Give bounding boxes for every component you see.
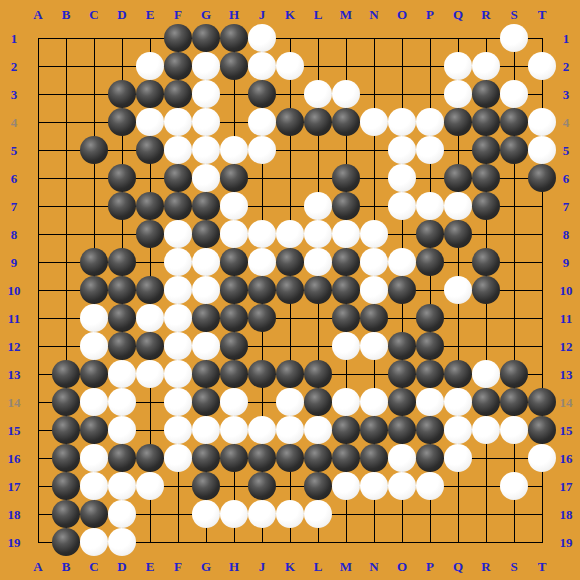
stone-white-c16 (80, 444, 108, 472)
stone-black-j16 (248, 444, 276, 472)
stone-white-l15 (304, 416, 332, 444)
row-label-right: 7 (563, 200, 570, 213)
col-label-top: E (146, 8, 155, 21)
stone-black-b16 (52, 444, 80, 472)
row-label-left: 14 (8, 396, 21, 409)
stone-white-d13 (108, 360, 136, 388)
col-label-bottom: R (481, 560, 490, 573)
stone-white-n12 (360, 332, 388, 360)
stone-black-c13 (80, 360, 108, 388)
stone-white-c17 (80, 472, 108, 500)
stone-black-e12 (136, 332, 164, 360)
stone-white-n4 (360, 108, 388, 136)
col-label-top: C (89, 8, 98, 21)
stone-white-r2 (472, 52, 500, 80)
stone-white-j4 (248, 108, 276, 136)
stone-black-n11 (360, 304, 388, 332)
stone-black-m16 (332, 444, 360, 472)
stone-black-m11 (332, 304, 360, 332)
row-label-right: 9 (563, 256, 570, 269)
stone-black-g17 (192, 472, 220, 500)
stone-black-r5 (472, 136, 500, 164)
col-label-bottom: B (62, 560, 71, 573)
stone-white-c12 (80, 332, 108, 360)
row-label-left: 1 (11, 32, 18, 45)
row-label-left: 16 (8, 452, 21, 465)
col-label-bottom: Q (453, 560, 463, 573)
row-label-right: 8 (563, 228, 570, 241)
stone-white-h18 (220, 500, 248, 528)
stone-white-g3 (192, 80, 220, 108)
stone-black-l10 (304, 276, 332, 304)
row-label-right: 13 (560, 368, 573, 381)
stone-black-t6 (528, 164, 556, 192)
stone-black-s13 (500, 360, 528, 388)
stone-black-e16 (136, 444, 164, 472)
stone-black-h12 (220, 332, 248, 360)
stone-black-k4 (276, 108, 304, 136)
stone-white-h7 (220, 192, 248, 220)
stone-black-t14 (528, 388, 556, 416)
row-label-left: 12 (8, 340, 21, 353)
stone-black-h13 (220, 360, 248, 388)
stone-white-m8 (332, 220, 360, 248)
stone-white-o5 (388, 136, 416, 164)
col-label-bottom: G (201, 560, 211, 573)
stone-black-b18 (52, 500, 80, 528)
stone-black-f6 (164, 164, 192, 192)
stone-black-e5 (136, 136, 164, 164)
stone-black-h1 (220, 24, 248, 52)
col-label-top: J (259, 8, 266, 21)
stone-white-m12 (332, 332, 360, 360)
col-label-top: D (117, 8, 126, 21)
go-board[interactable]: AABBCCDDEEFFGGHHJJKKLLMMNNOOPPQQRRSSTT11… (0, 0, 580, 580)
stone-black-c10 (80, 276, 108, 304)
col-label-top: M (340, 8, 352, 21)
row-label-right: 1 (563, 32, 570, 45)
stone-black-m4 (332, 108, 360, 136)
stone-white-f4 (164, 108, 192, 136)
stone-white-l9 (304, 248, 332, 276)
stone-white-r13 (472, 360, 500, 388)
stone-black-j11 (248, 304, 276, 332)
stone-black-n15 (360, 416, 388, 444)
col-label-bottom: D (117, 560, 126, 573)
col-label-bottom: P (426, 560, 434, 573)
stone-white-d18 (108, 500, 136, 528)
stone-black-f3 (164, 80, 192, 108)
col-label-bottom: T (538, 560, 547, 573)
stone-white-m17 (332, 472, 360, 500)
stone-black-o10 (388, 276, 416, 304)
stone-white-o6 (388, 164, 416, 192)
row-label-left: 3 (11, 88, 18, 101)
row-label-right: 12 (560, 340, 573, 353)
stone-white-j15 (248, 416, 276, 444)
stone-white-s1 (500, 24, 528, 52)
stone-white-f10 (164, 276, 192, 304)
stone-black-o12 (388, 332, 416, 360)
stone-black-p16 (416, 444, 444, 472)
stone-white-j1 (248, 24, 276, 52)
stone-white-f13 (164, 360, 192, 388)
stone-black-d16 (108, 444, 136, 472)
stone-white-q3 (444, 80, 472, 108)
col-label-bottom: J (259, 560, 266, 573)
stone-white-l3 (304, 80, 332, 108)
stone-black-h6 (220, 164, 248, 192)
stone-white-l7 (304, 192, 332, 220)
col-label-bottom: S (510, 560, 517, 573)
row-label-right: 14 (560, 396, 573, 409)
row-label-right: 5 (563, 144, 570, 157)
stone-black-g1 (192, 24, 220, 52)
stone-white-p4 (416, 108, 444, 136)
stone-black-q13 (444, 360, 472, 388)
row-label-right: 2 (563, 60, 570, 73)
stone-black-l13 (304, 360, 332, 388)
stone-white-h14 (220, 388, 248, 416)
stone-black-p9 (416, 248, 444, 276)
row-label-left: 9 (11, 256, 18, 269)
stone-white-g10 (192, 276, 220, 304)
stone-black-f7 (164, 192, 192, 220)
stone-white-d19 (108, 528, 136, 556)
stone-white-o7 (388, 192, 416, 220)
col-label-top: K (285, 8, 295, 21)
col-label-top: O (397, 8, 407, 21)
stone-white-e2 (136, 52, 164, 80)
stone-white-o9 (388, 248, 416, 276)
row-label-left: 10 (8, 284, 21, 297)
row-label-left: 11 (8, 312, 20, 325)
stone-black-p12 (416, 332, 444, 360)
stone-black-g11 (192, 304, 220, 332)
stone-white-m14 (332, 388, 360, 416)
stone-white-g6 (192, 164, 220, 192)
stone-white-t4 (528, 108, 556, 136)
stone-white-f9 (164, 248, 192, 276)
stone-black-b19 (52, 528, 80, 556)
stone-black-h10 (220, 276, 248, 304)
row-label-left: 6 (11, 172, 18, 185)
stone-black-f2 (164, 52, 192, 80)
stone-black-p13 (416, 360, 444, 388)
row-label-right: 11 (560, 312, 572, 325)
col-label-bottom: O (397, 560, 407, 573)
row-label-left: 17 (8, 480, 21, 493)
stone-white-g15 (192, 416, 220, 444)
stone-black-s14 (500, 388, 528, 416)
row-label-left: 13 (8, 368, 21, 381)
stone-black-b17 (52, 472, 80, 500)
stone-white-l8 (304, 220, 332, 248)
stone-white-f5 (164, 136, 192, 164)
row-label-right: 18 (560, 508, 573, 521)
stone-black-d12 (108, 332, 136, 360)
stone-black-m10 (332, 276, 360, 304)
col-label-top: L (314, 8, 323, 21)
col-label-top: A (33, 8, 42, 21)
col-label-top: S (510, 8, 517, 21)
stone-black-o15 (388, 416, 416, 444)
stone-white-q14 (444, 388, 472, 416)
stone-black-m9 (332, 248, 360, 276)
stone-black-e10 (136, 276, 164, 304)
stone-black-p15 (416, 416, 444, 444)
stone-white-g9 (192, 248, 220, 276)
stone-black-d11 (108, 304, 136, 332)
stone-white-n17 (360, 472, 388, 500)
stone-black-r3 (472, 80, 500, 108)
col-label-top: T (538, 8, 547, 21)
stone-white-q7 (444, 192, 472, 220)
stone-white-g18 (192, 500, 220, 528)
stone-black-g14 (192, 388, 220, 416)
stone-white-e11 (136, 304, 164, 332)
row-label-left: 8 (11, 228, 18, 241)
row-label-right: 16 (560, 452, 573, 465)
stone-black-l14 (304, 388, 332, 416)
stone-black-h16 (220, 444, 248, 472)
stone-black-b14 (52, 388, 80, 416)
stone-white-p5 (416, 136, 444, 164)
stone-white-j5 (248, 136, 276, 164)
stone-white-f15 (164, 416, 192, 444)
stone-white-h5 (220, 136, 248, 164)
stone-white-s17 (500, 472, 528, 500)
row-label-left: 19 (8, 536, 21, 549)
stone-white-f8 (164, 220, 192, 248)
stone-black-j10 (248, 276, 276, 304)
stone-white-m3 (332, 80, 360, 108)
col-label-top: B (62, 8, 71, 21)
stone-black-o14 (388, 388, 416, 416)
stone-black-j3 (248, 80, 276, 108)
row-label-left: 2 (11, 60, 18, 73)
col-label-bottom: F (174, 560, 182, 573)
stone-black-r9 (472, 248, 500, 276)
stone-white-k18 (276, 500, 304, 528)
stone-white-t16 (528, 444, 556, 472)
stone-white-j8 (248, 220, 276, 248)
stone-white-f14 (164, 388, 192, 416)
stone-black-m7 (332, 192, 360, 220)
stone-white-h15 (220, 416, 248, 444)
col-label-top: H (229, 8, 239, 21)
col-label-bottom: H (229, 560, 239, 573)
stone-white-d14 (108, 388, 136, 416)
stone-black-q4 (444, 108, 472, 136)
stone-white-s3 (500, 80, 528, 108)
stone-black-n16 (360, 444, 388, 472)
stone-black-h11 (220, 304, 248, 332)
stone-white-g5 (192, 136, 220, 164)
row-label-right: 4 (563, 116, 570, 129)
col-label-bottom: E (146, 560, 155, 573)
stone-white-d17 (108, 472, 136, 500)
stone-white-n9 (360, 248, 388, 276)
stone-white-p14 (416, 388, 444, 416)
col-label-bottom: L (314, 560, 323, 573)
col-label-bottom: N (369, 560, 378, 573)
col-label-bottom: C (89, 560, 98, 573)
stone-black-c15 (80, 416, 108, 444)
stone-black-p11 (416, 304, 444, 332)
col-label-top: R (481, 8, 490, 21)
stone-black-m15 (332, 416, 360, 444)
stone-black-r6 (472, 164, 500, 192)
stone-black-e7 (136, 192, 164, 220)
stone-white-g12 (192, 332, 220, 360)
row-label-left: 5 (11, 144, 18, 157)
stone-white-p17 (416, 472, 444, 500)
stone-white-n14 (360, 388, 388, 416)
row-label-right: 19 (560, 536, 573, 549)
stone-white-r15 (472, 416, 500, 444)
stone-black-k16 (276, 444, 304, 472)
row-label-left: 7 (11, 200, 18, 213)
stone-black-d7 (108, 192, 136, 220)
stone-white-f16 (164, 444, 192, 472)
stone-white-d15 (108, 416, 136, 444)
stone-black-o13 (388, 360, 416, 388)
stone-white-c19 (80, 528, 108, 556)
stone-white-k15 (276, 416, 304, 444)
stone-black-r10 (472, 276, 500, 304)
stone-white-f11 (164, 304, 192, 332)
row-label-right: 6 (563, 172, 570, 185)
stone-black-q8 (444, 220, 472, 248)
stone-black-l4 (304, 108, 332, 136)
stone-black-g8 (192, 220, 220, 248)
row-label-right: 17 (560, 480, 573, 493)
row-label-left: 15 (8, 424, 21, 437)
stone-black-d6 (108, 164, 136, 192)
stone-white-n10 (360, 276, 388, 304)
stone-white-j9 (248, 248, 276, 276)
stone-white-e17 (136, 472, 164, 500)
row-label-right: 10 (560, 284, 573, 297)
stone-black-s4 (500, 108, 528, 136)
stone-black-r14 (472, 388, 500, 416)
col-label-bottom: A (33, 560, 42, 573)
stone-black-k13 (276, 360, 304, 388)
stone-white-h8 (220, 220, 248, 248)
stone-black-e8 (136, 220, 164, 248)
col-label-top: F (174, 8, 182, 21)
stone-black-j13 (248, 360, 276, 388)
stone-white-j2 (248, 52, 276, 80)
col-label-top: N (369, 8, 378, 21)
stone-white-j18 (248, 500, 276, 528)
stone-black-h9 (220, 248, 248, 276)
stone-white-q10 (444, 276, 472, 304)
stone-white-e4 (136, 108, 164, 136)
stone-black-b13 (52, 360, 80, 388)
stone-black-j17 (248, 472, 276, 500)
stone-white-t5 (528, 136, 556, 164)
stone-black-g16 (192, 444, 220, 472)
row-label-right: 15 (560, 424, 573, 437)
stone-white-c11 (80, 304, 108, 332)
stone-white-g4 (192, 108, 220, 136)
stone-white-e13 (136, 360, 164, 388)
stone-black-s5 (500, 136, 528, 164)
stone-white-q15 (444, 416, 472, 444)
stone-white-o4 (388, 108, 416, 136)
stone-black-m6 (332, 164, 360, 192)
stone-black-l16 (304, 444, 332, 472)
stone-white-s15 (500, 416, 528, 444)
stone-white-n8 (360, 220, 388, 248)
stone-black-d3 (108, 80, 136, 108)
stone-black-c5 (80, 136, 108, 164)
stone-white-q2 (444, 52, 472, 80)
col-label-top: Q (453, 8, 463, 21)
stone-black-l17 (304, 472, 332, 500)
stone-black-b15 (52, 416, 80, 444)
stone-white-k14 (276, 388, 304, 416)
stone-black-c9 (80, 248, 108, 276)
stone-black-g7 (192, 192, 220, 220)
row-label-left: 4 (11, 116, 18, 129)
stone-white-o17 (388, 472, 416, 500)
col-label-bottom: M (340, 560, 352, 573)
row-label-left: 18 (8, 508, 21, 521)
col-label-top: G (201, 8, 211, 21)
stone-black-c18 (80, 500, 108, 528)
stone-black-e3 (136, 80, 164, 108)
stone-black-k10 (276, 276, 304, 304)
stone-white-g2 (192, 52, 220, 80)
row-label-right: 3 (563, 88, 570, 101)
stone-black-h2 (220, 52, 248, 80)
stone-black-d9 (108, 248, 136, 276)
stone-white-f12 (164, 332, 192, 360)
stone-black-r7 (472, 192, 500, 220)
col-label-top: P (426, 8, 434, 21)
stone-black-p8 (416, 220, 444, 248)
stone-black-q6 (444, 164, 472, 192)
stone-black-r4 (472, 108, 500, 136)
stone-white-o16 (388, 444, 416, 472)
stone-black-g13 (192, 360, 220, 388)
stone-black-f1 (164, 24, 192, 52)
stone-black-d10 (108, 276, 136, 304)
stone-white-k2 (276, 52, 304, 80)
stone-black-k9 (276, 248, 304, 276)
stone-black-t15 (528, 416, 556, 444)
stone-black-d4 (108, 108, 136, 136)
stone-white-q16 (444, 444, 472, 472)
stone-white-p7 (416, 192, 444, 220)
stone-white-c14 (80, 388, 108, 416)
stone-white-k8 (276, 220, 304, 248)
stone-white-l18 (304, 500, 332, 528)
col-label-bottom: K (285, 560, 295, 573)
stone-white-t2 (528, 52, 556, 80)
